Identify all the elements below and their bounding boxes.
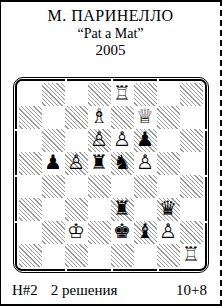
border-notch [157,78,159,84]
square-h7[interactable] [180,106,203,129]
square-a3[interactable] [19,198,42,221]
square-e4[interactable] [111,175,134,198]
square-h4[interactable] [180,175,203,198]
square-f6[interactable]: ♟ [134,129,157,152]
square-g5[interactable] [157,152,180,175]
black-pawn: ♟ [136,128,154,151]
problem-card: М. ПАРИНЕЛЛО “Pat a Mat” 2005 ♖♗♕♙♙♟♟♙♜♞… [0,0,222,306]
white-rook: ♖ [113,82,131,105]
square-e1[interactable] [111,244,134,267]
square-c4[interactable] [65,175,88,198]
square-b5[interactable]: ♟ [42,152,65,175]
square-g4[interactable] [157,175,180,198]
square-f2[interactable]: ♝ [134,221,157,244]
square-b4[interactable] [42,175,65,198]
white-pawn: ♙ [90,128,108,151]
square-f1[interactable] [134,244,157,267]
square-g6[interactable] [157,129,180,152]
publication-year: 2005 [1,42,220,59]
problem-caption: H#2 2 решения 10+8 [1,281,220,300]
border-notch [14,129,20,131]
white-bishop: ♗ [90,105,108,128]
square-e5[interactable]: ♞ [111,152,134,175]
square-a5[interactable] [19,152,42,175]
square-a2[interactable] [19,221,42,244]
square-h3[interactable] [180,198,203,221]
square-h2[interactable] [180,221,203,244]
border-notch [14,221,20,223]
white-pawn: ♙ [136,151,154,174]
square-d7[interactable]: ♗ [88,106,111,129]
square-h5[interactable] [180,152,203,175]
stipulation: H#2 [12,281,38,300]
border-notch [202,221,208,223]
white-pawn: ♙ [159,220,177,243]
source-title: “Pat a Mat” [1,25,220,42]
white-pawn: ♙ [113,128,131,151]
square-c8[interactable] [65,83,88,106]
solutions-count: 2 решения [51,281,118,300]
border-notch [157,266,159,272]
square-g7[interactable] [157,106,180,129]
square-c6[interactable] [65,129,88,152]
problem-header: М. ПАРИНЕЛЛО “Pat a Mat” 2005 [1,7,220,59]
chess-board-frame: ♖♗♕♙♙♟♟♙♜♞♙♜♛♔♚♝♙♖ [13,77,209,273]
square-c1[interactable] [65,244,88,267]
square-e7[interactable] [111,106,134,129]
black-bishop: ♝ [136,220,154,243]
square-g2[interactable]: ♙ [157,221,180,244]
black-pawn: ♟ [44,151,62,174]
square-e8[interactable]: ♖ [111,83,134,106]
border-notch [202,129,208,131]
square-a7[interactable] [19,106,42,129]
white-king: ♔ [67,220,85,243]
square-c5[interactable]: ♙ [65,152,88,175]
border-notch [111,266,113,272]
border-notch [111,78,113,84]
square-e3[interactable]: ♜ [111,198,134,221]
square-c2[interactable]: ♔ [65,221,88,244]
square-f8[interactable] [134,83,157,106]
square-e2[interactable]: ♚ [111,221,134,244]
square-h1[interactable]: ♖ [180,244,203,267]
square-a6[interactable] [19,129,42,152]
square-d5[interactable]: ♜ [88,152,111,175]
square-b2[interactable] [42,221,65,244]
square-d6[interactable]: ♙ [88,129,111,152]
square-b8[interactable] [42,83,65,106]
chess-board-border: ♖♗♕♙♙♟♟♙♜♞♙♜♛♔♚♝♙♖ [15,79,207,271]
black-king: ♚ [113,220,131,243]
white-pawn: ♙ [67,151,85,174]
black-knight: ♞ [113,151,131,174]
square-c7[interactable] [65,106,88,129]
chess-board: ♖♗♕♙♙♟♟♙♜♞♙♜♛♔♚♝♙♖ [19,83,203,267]
border-notch [202,175,208,177]
square-d2[interactable] [88,221,111,244]
square-f5[interactable]: ♙ [134,152,157,175]
square-h6[interactable] [180,129,203,152]
square-g8[interactable] [157,83,180,106]
black-rook: ♜ [90,151,108,174]
white-rook: ♖ [182,243,200,266]
square-g3[interactable]: ♛ [157,198,180,221]
border-notch [65,78,67,84]
black-rook: ♜ [113,197,131,220]
square-b6[interactable] [42,129,65,152]
square-f3[interactable] [134,198,157,221]
square-a4[interactable] [19,175,42,198]
square-d4[interactable] [88,175,111,198]
square-c3[interactable] [65,198,88,221]
white-queen: ♕ [136,105,154,128]
square-f4[interactable] [134,175,157,198]
square-a1[interactable] [19,244,42,267]
square-d8[interactable] [88,83,111,106]
border-notch [65,266,67,272]
square-d3[interactable] [88,198,111,221]
material-count: 10+8 [176,281,207,300]
square-b7[interactable] [42,106,65,129]
black-queen: ♛ [159,197,177,220]
author-name: М. ПАРИНЕЛЛО [1,7,220,25]
square-b1[interactable] [42,244,65,267]
square-b3[interactable] [42,198,65,221]
square-d1[interactable] [88,244,111,267]
square-h8[interactable] [180,83,203,106]
square-g1[interactable] [157,244,180,267]
square-f7[interactable]: ♕ [134,106,157,129]
border-notch [14,175,20,177]
square-e6[interactable]: ♙ [111,129,134,152]
square-a8[interactable] [19,83,42,106]
